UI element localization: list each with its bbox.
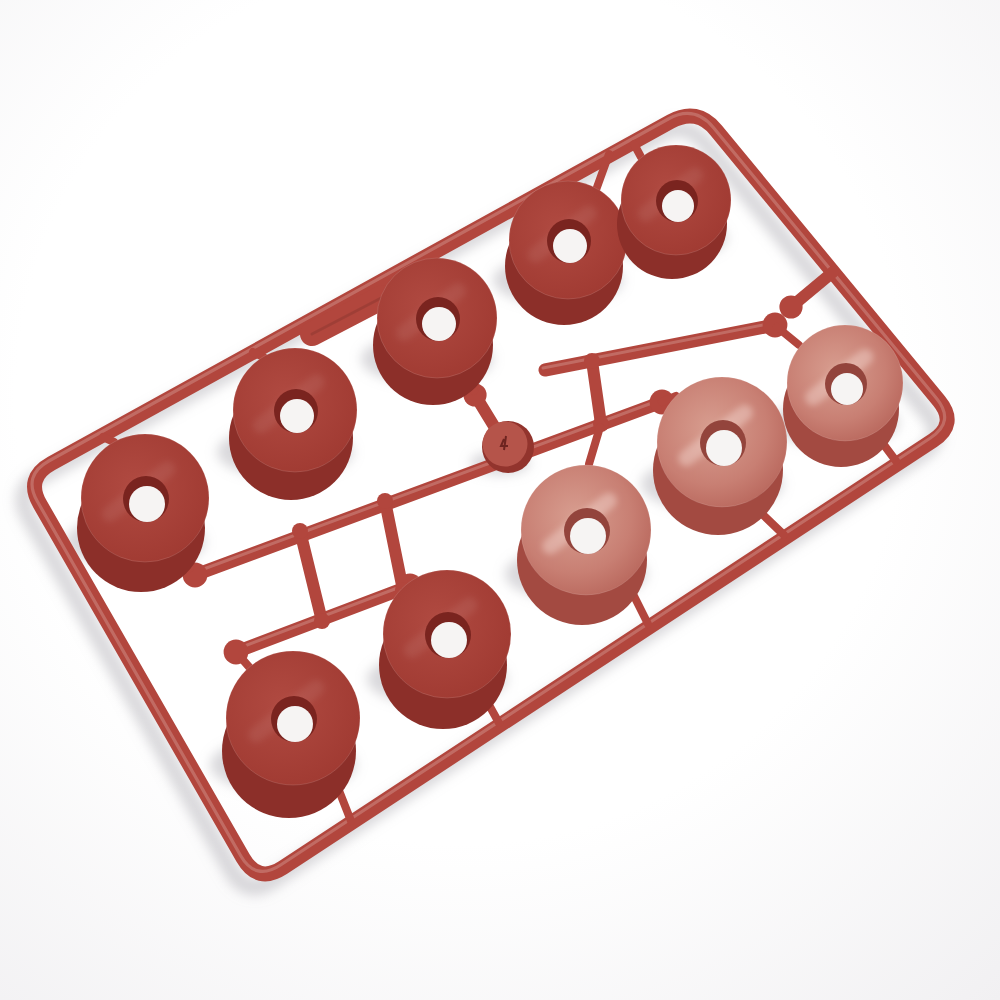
- game-disc: [617, 145, 731, 279]
- game-disc: [222, 651, 360, 818]
- game-disc: [517, 465, 651, 625]
- game-disc: [505, 181, 627, 325]
- game-disc: [229, 348, 357, 500]
- game-disc: [373, 258, 497, 405]
- game-disc: [379, 570, 511, 729]
- sprue-photo: Overhead photo of a red plastic injectio…: [0, 0, 1000, 1000]
- photo-canvas: Overhead photo of a red plastic injectio…: [0, 0, 1000, 1000]
- game-disc: [783, 325, 903, 467]
- game-disc: [653, 377, 787, 535]
- game-disc: [77, 434, 209, 592]
- sprue-boss: [482, 421, 534, 473]
